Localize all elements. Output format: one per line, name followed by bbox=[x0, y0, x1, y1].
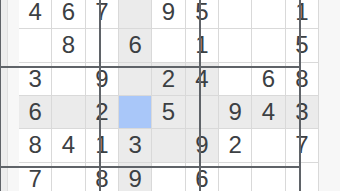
cell-r1c4[interactable] bbox=[119, 0, 152, 29]
app-viewport: 467951861539246862594384139277896 bbox=[0, 0, 340, 191]
cell-r1c9[interactable]: 1 bbox=[286, 0, 319, 29]
cell-r4c2[interactable] bbox=[52, 96, 85, 129]
cell-r5c5[interactable] bbox=[152, 129, 185, 162]
cell-r1c6[interactable]: 5 bbox=[186, 0, 219, 29]
cell-r1c5[interactable]: 9 bbox=[152, 0, 185, 29]
cell-r1c7[interactable] bbox=[219, 0, 252, 29]
cell-r1c3[interactable]: 7 bbox=[86, 0, 119, 29]
cell-r2c6[interactable]: 1 bbox=[186, 29, 219, 62]
cell-r2c7[interactable] bbox=[219, 29, 252, 62]
box-border-vertical-1 bbox=[99, 0, 101, 191]
sudoku-board: 467951861539246862594384139277896 bbox=[19, 0, 319, 191]
cell-r1c2[interactable]: 6 bbox=[52, 0, 85, 29]
cell-r5c9[interactable]: 7 bbox=[286, 129, 319, 162]
cell-r5c2[interactable]: 4 bbox=[52, 129, 85, 162]
cell-r2c3[interactable] bbox=[86, 29, 119, 62]
cell-r4c7[interactable]: 9 bbox=[219, 96, 252, 129]
cell-r5c3[interactable]: 1 bbox=[86, 129, 119, 162]
cell-r4c6[interactable] bbox=[186, 96, 219, 129]
cell-r4c1[interactable]: 6 bbox=[19, 96, 52, 129]
cell-r2c2[interactable]: 8 bbox=[52, 29, 85, 62]
box-border-vertical-2 bbox=[199, 0, 201, 191]
box-border-vertical-right bbox=[299, 0, 301, 191]
cell-r1c1[interactable]: 4 bbox=[19, 0, 52, 29]
cell-r5c7[interactable]: 2 bbox=[219, 129, 252, 162]
cell-r5c1[interactable]: 8 bbox=[19, 129, 52, 162]
box-border-horizontal-2 bbox=[0, 166, 301, 168]
box-border-horizontal-1 bbox=[0, 66, 301, 68]
cell-r1c8[interactable] bbox=[252, 0, 285, 29]
cell-r5c4[interactable]: 3 bbox=[119, 129, 152, 162]
cell-r4c5[interactable]: 5 bbox=[152, 96, 185, 129]
cell-r4c4[interactable] bbox=[119, 96, 152, 129]
box-border-vertical-left bbox=[0, 0, 1, 191]
cell-r2c4[interactable]: 6 bbox=[119, 29, 152, 62]
cell-r4c8[interactable]: 4 bbox=[252, 96, 285, 129]
cell-r5c8[interactable] bbox=[252, 129, 285, 162]
cell-r5c6[interactable]: 9 bbox=[186, 129, 219, 162]
cell-r2c1[interactable] bbox=[19, 29, 52, 62]
cell-r2c9[interactable]: 5 bbox=[286, 29, 319, 62]
cell-r2c8[interactable] bbox=[252, 29, 285, 62]
cell-r4c3[interactable]: 2 bbox=[86, 96, 119, 129]
cell-r4c9[interactable]: 3 bbox=[286, 96, 319, 129]
cell-r2c5[interactable] bbox=[152, 29, 185, 62]
